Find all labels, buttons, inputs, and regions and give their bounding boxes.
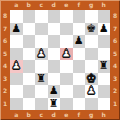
- rank-label-7: 7: [0, 23, 10, 36]
- rank-label-2: 2: [110, 85, 120, 98]
- square-e6[interactable]: [60, 35, 73, 48]
- rank-label-4: 4: [110, 60, 120, 73]
- square-e4[interactable]: [60, 60, 73, 73]
- square-b4[interactable]: [23, 60, 36, 73]
- black-pawn-f6: ♟: [73, 35, 86, 48]
- file-label-b: b: [23, 0, 36, 10]
- square-g4[interactable]: [85, 60, 98, 73]
- file-label-h: h: [98, 110, 111, 120]
- square-h4[interactable]: ♜: [98, 60, 111, 73]
- black-rook-c3: ♜: [35, 73, 48, 86]
- black-pawn-a7: ♟: [10, 23, 23, 36]
- square-g7[interactable]: ♚: [85, 23, 98, 36]
- rank-label-2: 2: [0, 85, 10, 98]
- square-f4[interactable]: [73, 60, 86, 73]
- square-c3[interactable]: ♜: [35, 73, 48, 86]
- square-b7[interactable]: [23, 23, 36, 36]
- file-label-c: c: [35, 0, 48, 10]
- square-b8[interactable]: [23, 10, 36, 23]
- square-c1[interactable]: [35, 98, 48, 111]
- square-d4[interactable]: [48, 60, 61, 73]
- file-labels-bottom: abcdefgh: [10, 110, 110, 120]
- square-g2[interactable]: ♟: [85, 85, 98, 98]
- square-e2[interactable]: [60, 85, 73, 98]
- file-label-g: g: [85, 110, 98, 120]
- file-label-e: e: [60, 0, 73, 10]
- rank-label-6: 6: [0, 35, 10, 48]
- square-c6[interactable]: [35, 35, 48, 48]
- rank-label-4: 4: [0, 60, 10, 73]
- square-e7[interactable]: [60, 23, 73, 36]
- square-a3[interactable]: [10, 73, 23, 86]
- chess-board-frame: abcdefgh abcdefgh 87654321 87654321 ♟♚♟♟…: [0, 0, 120, 120]
- square-b1[interactable]: [23, 98, 36, 111]
- square-a6[interactable]: [10, 35, 23, 48]
- square-a7[interactable]: ♟: [10, 23, 23, 36]
- file-label-d: d: [48, 0, 61, 10]
- square-a8[interactable]: [10, 10, 23, 23]
- square-h7[interactable]: ♟: [98, 23, 111, 36]
- rank-label-7: 7: [110, 23, 120, 36]
- square-b5[interactable]: [23, 48, 36, 61]
- square-e5[interactable]: ♟: [60, 48, 73, 61]
- file-label-h: h: [98, 0, 111, 10]
- square-a2[interactable]: [10, 85, 23, 98]
- square-f5[interactable]: [73, 48, 86, 61]
- square-a1[interactable]: [10, 98, 23, 111]
- square-c8[interactable]: [35, 10, 48, 23]
- square-c5[interactable]: ♟: [35, 48, 48, 61]
- file-label-a: a: [10, 0, 23, 10]
- square-h2[interactable]: [98, 85, 111, 98]
- rank-labels-right: 87654321: [110, 10, 120, 110]
- file-label-d: d: [48, 110, 61, 120]
- square-g1[interactable]: [85, 98, 98, 111]
- square-c7[interactable]: [35, 23, 48, 36]
- square-b6[interactable]: [23, 35, 36, 48]
- square-f6[interactable]: ♟: [73, 35, 86, 48]
- square-c2[interactable]: [35, 85, 48, 98]
- black-pawn-d2: ♟: [48, 85, 61, 98]
- rank-label-5: 5: [110, 48, 120, 61]
- chess-board: ♟♚♟♟♟♟♟♜♜♚♟♟♜: [10, 10, 110, 110]
- white-pawn-a4: ♟: [10, 60, 23, 73]
- square-d1[interactable]: ♜: [48, 98, 61, 111]
- black-rook-d1: ♜: [48, 98, 61, 111]
- rank-label-5: 5: [0, 48, 10, 61]
- file-label-f: f: [73, 110, 86, 120]
- square-d5[interactable]: [48, 48, 61, 61]
- square-e3[interactable]: [60, 73, 73, 86]
- square-a4[interactable]: ♟: [10, 60, 23, 73]
- file-label-a: a: [10, 110, 23, 120]
- square-h6[interactable]: [98, 35, 111, 48]
- square-h8[interactable]: [98, 10, 111, 23]
- rank-label-6: 6: [110, 35, 120, 48]
- square-b3[interactable]: [23, 73, 36, 86]
- white-pawn-e5: ♟: [60, 48, 73, 61]
- square-d7[interactable]: [48, 23, 61, 36]
- square-e1[interactable]: [60, 98, 73, 111]
- square-g5[interactable]: [85, 48, 98, 61]
- square-d6[interactable]: [48, 35, 61, 48]
- square-f1[interactable]: [73, 98, 86, 111]
- square-h1[interactable]: [98, 98, 111, 111]
- black-rook-h4: ♜: [98, 60, 111, 73]
- rank-label-3: 3: [0, 73, 10, 86]
- square-d2[interactable]: ♟: [48, 85, 61, 98]
- file-label-c: c: [35, 110, 48, 120]
- square-h3[interactable]: [98, 73, 111, 86]
- square-f2[interactable]: [73, 85, 86, 98]
- file-label-f: f: [73, 0, 86, 10]
- square-f8[interactable]: [73, 10, 86, 23]
- square-e8[interactable]: [60, 10, 73, 23]
- black-king-g7: ♚: [85, 23, 98, 36]
- file-label-g: g: [85, 0, 98, 10]
- rank-label-8: 8: [110, 10, 120, 23]
- file-labels-top: abcdefgh: [10, 0, 110, 10]
- square-f3[interactable]: [73, 73, 86, 86]
- black-pawn-h7: ♟: [98, 23, 111, 36]
- rank-labels-left: 87654321: [0, 10, 10, 110]
- rank-label-8: 8: [0, 10, 10, 23]
- file-label-e: e: [60, 110, 73, 120]
- rank-label-1: 1: [0, 98, 10, 111]
- white-pawn-g2: ♟: [85, 85, 98, 98]
- square-d8[interactable]: [48, 10, 61, 23]
- square-g8[interactable]: [85, 10, 98, 23]
- square-g6[interactable]: [85, 35, 98, 48]
- square-c4[interactable]: [35, 60, 48, 73]
- white-pawn-c5: ♟: [35, 48, 48, 61]
- file-label-b: b: [23, 110, 36, 120]
- square-b2[interactable]: [23, 85, 36, 98]
- rank-label-3: 3: [110, 73, 120, 86]
- rank-label-1: 1: [110, 98, 120, 111]
